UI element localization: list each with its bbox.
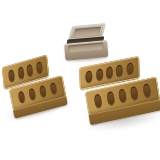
large-open-board <box>78 57 160 129</box>
folded-board-lid-recess <box>73 27 101 37</box>
pit <box>94 94 103 109</box>
pit <box>106 66 113 80</box>
pit <box>86 70 93 84</box>
pit <box>39 85 47 99</box>
pit <box>118 89 127 104</box>
folded-board-closed <box>63 23 109 61</box>
small-open-board <box>2 56 66 118</box>
pit <box>26 64 33 78</box>
pit <box>126 62 133 76</box>
pit <box>17 66 24 80</box>
pit <box>106 91 115 106</box>
pit <box>130 86 139 101</box>
pit <box>142 83 151 98</box>
pit <box>35 61 42 75</box>
pit <box>50 82 58 96</box>
pit <box>18 91 26 105</box>
pit <box>116 64 123 78</box>
pit <box>28 88 36 102</box>
product-photo <box>0 0 160 160</box>
pit <box>96 68 103 82</box>
pit <box>8 69 15 83</box>
folded-board-base-recess <box>68 42 103 52</box>
